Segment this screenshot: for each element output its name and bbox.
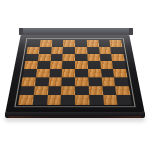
square-c3 [48,77,62,86]
playing-field [18,40,132,105]
square-c1 [47,95,62,105]
product-photo [0,0,150,150]
square-a5 [24,61,38,69]
square-d5 [62,61,75,69]
square-f4 [88,69,101,77]
square-b3 [35,77,49,86]
square-g3 [101,77,115,86]
square-d3 [62,77,75,86]
square-h8 [110,40,123,47]
square-e1 [75,95,89,105]
square-g1 [103,95,118,105]
square-b2 [34,86,49,95]
square-e8 [75,40,87,47]
square-h5 [112,61,126,69]
square-b6 [38,54,51,61]
chess-board [5,35,144,113]
square-c8 [51,40,63,47]
square-b1 [32,95,47,105]
square-g4 [101,69,115,77]
square-a4 [23,69,37,77]
square-c7 [51,47,63,54]
square-a6 [25,54,38,61]
square-e2 [75,86,89,95]
square-c5 [50,61,63,69]
square-c4 [49,69,62,77]
field-inlay-border [14,38,135,107]
square-b8 [40,40,52,47]
square-a3 [21,77,36,86]
square-g7 [99,47,112,54]
square-f1 [89,95,104,105]
square-f2 [88,86,102,95]
square-b4 [36,69,50,77]
square-d4 [62,69,75,77]
square-h2 [115,86,130,95]
square-h1 [116,95,131,105]
square-b7 [39,47,52,54]
board-3d-wrap [5,35,144,113]
square-f5 [87,61,100,69]
square-g5 [100,61,113,69]
square-d7 [63,47,75,54]
square-g2 [102,86,117,95]
square-h3 [114,77,129,86]
square-g8 [98,40,110,47]
square-a8 [28,40,41,47]
square-e7 [75,47,87,54]
square-f8 [87,40,99,47]
square-d8 [63,40,75,47]
square-a1 [18,95,33,105]
square-a7 [27,47,40,54]
square-d6 [63,54,75,61]
square-f3 [88,77,102,86]
square-h4 [113,69,127,77]
square-e4 [75,69,88,77]
square-c6 [50,54,63,61]
square-d1 [61,95,75,105]
square-g6 [99,54,112,61]
square-f7 [87,47,99,54]
square-c2 [47,86,61,95]
square-a2 [20,86,35,95]
square-e5 [75,61,88,69]
square-e6 [75,54,87,61]
board-front-edge [5,112,145,118]
square-d2 [61,86,75,95]
square-h6 [111,54,124,61]
square-b5 [37,61,50,69]
square-h7 [110,47,123,54]
square-e3 [75,77,88,86]
square-f6 [87,54,100,61]
